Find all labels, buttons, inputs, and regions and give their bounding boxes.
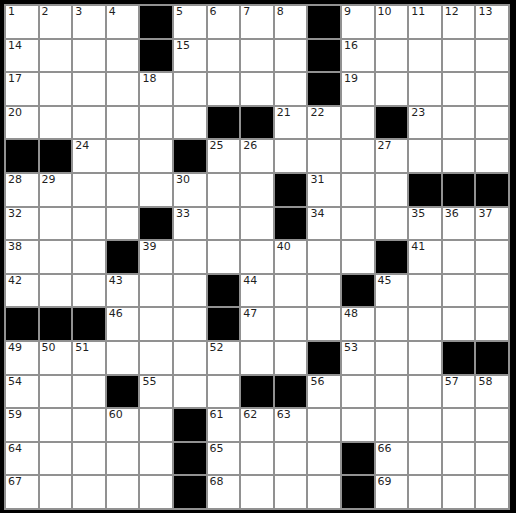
cell-r8c8[interactable]	[241, 241, 273, 273]
cell-r5c13[interactable]	[409, 140, 441, 172]
cell-r9c8[interactable]: 44	[241, 275, 273, 307]
clue-number-68: 68	[210, 476, 224, 489]
cell-r13c1[interactable]: 59	[6, 409, 38, 441]
cell-r13c15[interactable]	[476, 409, 508, 441]
cell-r15c2[interactable]	[40, 476, 72, 508]
black-square-r9c7	[208, 275, 240, 307]
crossword-board: 1234567891011121314151617181920212223242…	[4, 4, 510, 510]
cell-r7c8[interactable]	[241, 208, 273, 240]
clue-number-45: 45	[378, 275, 392, 288]
clue-number-19: 19	[344, 73, 358, 86]
cell-r4c1[interactable]: 20	[6, 107, 38, 139]
cell-r9c12[interactable]: 45	[376, 275, 408, 307]
cell-r4c14[interactable]	[443, 107, 475, 139]
cell-r10c8[interactable]: 47	[241, 308, 273, 340]
cell-r3c9[interactable]	[275, 73, 307, 105]
black-square-r4c8	[241, 107, 273, 139]
clue-number-7: 7	[243, 6, 250, 19]
cell-r3c8[interactable]	[241, 73, 273, 105]
clue-number-50: 50	[42, 342, 56, 355]
cell-r7c13[interactable]: 35	[409, 208, 441, 240]
cell-r2c7[interactable]	[208, 40, 240, 72]
cell-r2c8[interactable]	[241, 40, 273, 72]
cell-r12c12[interactable]	[376, 376, 408, 408]
clue-number-67: 67	[8, 476, 22, 489]
clue-number-20: 20	[8, 107, 22, 120]
cell-r12c7[interactable]	[208, 376, 240, 408]
black-square-r7c9	[275, 208, 307, 240]
cell-r6c2[interactable]: 29	[40, 174, 72, 206]
cell-r8c9[interactable]: 40	[275, 241, 307, 273]
clue-number-54: 54	[8, 376, 22, 389]
cell-r15c1[interactable]: 67	[6, 476, 38, 508]
clue-number-48: 48	[344, 308, 358, 321]
cell-r13c11[interactable]	[342, 409, 374, 441]
clue-number-44: 44	[243, 275, 257, 288]
clue-number-10: 10	[378, 6, 392, 19]
cell-r5c9[interactable]	[275, 140, 307, 172]
cell-r5c11[interactable]	[342, 140, 374, 172]
clue-number-55: 55	[142, 376, 156, 389]
cell-r14c5[interactable]	[140, 443, 172, 475]
cell-r10c5[interactable]	[140, 308, 172, 340]
clue-number-4: 4	[109, 6, 116, 19]
clue-number-14: 14	[8, 40, 22, 53]
cell-r8c6[interactable]	[174, 241, 206, 273]
cell-r7c12[interactable]	[376, 208, 408, 240]
clue-number-46: 46	[109, 308, 123, 321]
clue-number-6: 6	[210, 6, 217, 19]
clue-number-23: 23	[411, 107, 425, 120]
black-square-r10c3	[73, 308, 105, 340]
black-square-r6c9	[275, 174, 307, 206]
cell-r10c10[interactable]	[308, 308, 340, 340]
cell-r13c14[interactable]	[443, 409, 475, 441]
clue-number-8: 8	[277, 6, 284, 19]
cell-r4c10[interactable]: 22	[308, 107, 340, 139]
clue-number-3: 3	[75, 6, 82, 19]
cell-r12c2[interactable]	[40, 376, 72, 408]
clue-number-12: 12	[445, 6, 459, 19]
cell-r10c9[interactable]	[275, 308, 307, 340]
cell-r4c2[interactable]	[40, 107, 72, 139]
cell-r6c7[interactable]	[208, 174, 240, 206]
cell-r7c1[interactable]: 32	[6, 208, 38, 240]
cell-r9c15[interactable]	[476, 275, 508, 307]
cell-r13c12[interactable]	[376, 409, 408, 441]
cell-r6c5[interactable]	[140, 174, 172, 206]
clue-number-5: 5	[176, 6, 183, 19]
cell-r7c6[interactable]: 33	[174, 208, 206, 240]
clue-number-62: 62	[243, 409, 257, 422]
clue-number-51: 51	[75, 342, 89, 355]
clue-number-60: 60	[109, 409, 123, 422]
cell-r3c15[interactable]	[476, 73, 508, 105]
black-square-r2c5	[140, 40, 172, 72]
cell-r3c1[interactable]: 17	[6, 73, 38, 105]
black-square-r5c1	[6, 140, 38, 172]
cell-r12c11[interactable]	[342, 376, 374, 408]
cell-r13c4[interactable]: 60	[107, 409, 139, 441]
cell-r7c4[interactable]	[107, 208, 139, 240]
clue-number-35: 35	[411, 208, 425, 221]
cell-r14c3[interactable]	[73, 443, 105, 475]
cell-r11c8[interactable]	[241, 342, 273, 374]
cell-r10c11[interactable]: 48	[342, 308, 374, 340]
clue-number-13: 13	[478, 6, 492, 19]
cell-r11c3[interactable]: 51	[73, 342, 105, 374]
cell-r5c8[interactable]: 26	[241, 140, 273, 172]
black-square-r9c11	[342, 275, 374, 307]
black-square-r5c6	[174, 140, 206, 172]
cell-r2c15[interactable]	[476, 40, 508, 72]
cell-r2c12[interactable]	[376, 40, 408, 72]
cell-r6c4[interactable]	[107, 174, 139, 206]
cell-r6c11[interactable]	[342, 174, 374, 206]
cell-r4c5[interactable]	[140, 107, 172, 139]
clue-number-22: 22	[310, 107, 324, 120]
cell-r5c10[interactable]	[308, 140, 340, 172]
cell-r9c2[interactable]	[40, 275, 72, 307]
clue-number-36: 36	[445, 208, 459, 221]
black-square-r15c11	[342, 476, 374, 508]
clue-number-37: 37	[478, 208, 492, 221]
cell-r3c3[interactable]	[73, 73, 105, 105]
clue-number-31: 31	[310, 174, 324, 187]
clue-number-38: 38	[8, 241, 22, 254]
black-square-r1c10	[308, 6, 340, 38]
black-square-r8c4	[107, 241, 139, 273]
clue-number-26: 26	[243, 140, 257, 153]
cell-r7c14[interactable]: 36	[443, 208, 475, 240]
cell-r11c2[interactable]: 50	[40, 342, 72, 374]
cell-r15c8[interactable]	[241, 476, 273, 508]
clue-number-28: 28	[8, 174, 22, 187]
clue-number-32: 32	[8, 208, 22, 221]
cell-r12c6[interactable]	[174, 376, 206, 408]
clue-number-61: 61	[210, 409, 224, 422]
black-square-r11c15	[476, 342, 508, 374]
cell-r9c6[interactable]	[174, 275, 206, 307]
cell-r3c2[interactable]	[40, 73, 72, 105]
clue-number-64: 64	[8, 443, 22, 456]
cell-r5c4[interactable]	[107, 140, 139, 172]
cell-r1c12[interactable]: 10	[376, 6, 408, 38]
cell-r1c4[interactable]: 4	[107, 6, 139, 38]
cell-r11c4[interactable]	[107, 342, 139, 374]
cell-r9c10[interactable]	[308, 275, 340, 307]
clue-number-2: 2	[42, 6, 49, 19]
clue-number-63: 63	[277, 409, 291, 422]
clue-number-65: 65	[210, 443, 224, 456]
black-square-r14c6	[174, 443, 206, 475]
clue-number-29: 29	[42, 174, 56, 187]
clue-number-69: 69	[378, 476, 392, 489]
cell-r15c3[interactable]	[73, 476, 105, 508]
cell-r3c12[interactable]	[376, 73, 408, 105]
clue-number-43: 43	[109, 275, 123, 288]
clue-number-11: 11	[411, 6, 425, 19]
cell-r15c10[interactable]	[308, 476, 340, 508]
black-square-r11c14	[443, 342, 475, 374]
black-square-r4c12	[376, 107, 408, 139]
cell-r2c11[interactable]: 16	[342, 40, 374, 72]
cell-r1c8[interactable]: 7	[241, 6, 273, 38]
clue-number-15: 15	[176, 40, 190, 53]
clue-number-33: 33	[176, 208, 190, 221]
cell-r9c5[interactable]	[140, 275, 172, 307]
cell-r6c3[interactable]	[73, 174, 105, 206]
cell-r5c14[interactable]	[443, 140, 475, 172]
cell-r1c15[interactable]: 13	[476, 6, 508, 38]
black-square-r14c11	[342, 443, 374, 475]
cell-r1c7[interactable]: 6	[208, 6, 240, 38]
cell-r12c13[interactable]	[409, 376, 441, 408]
clue-number-16: 16	[344, 40, 358, 53]
cell-r2c2[interactable]	[40, 40, 72, 72]
cell-r2c3[interactable]	[73, 40, 105, 72]
cell-r2c6[interactable]: 15	[174, 40, 206, 72]
cell-r10c13[interactable]	[409, 308, 441, 340]
clue-number-53: 53	[344, 342, 358, 355]
clue-number-24: 24	[75, 140, 89, 153]
cell-r7c3[interactable]	[73, 208, 105, 240]
cell-r15c9[interactable]	[275, 476, 307, 508]
cell-r5c5[interactable]	[140, 140, 172, 172]
cell-r9c3[interactable]	[73, 275, 105, 307]
cell-r11c6[interactable]	[174, 342, 206, 374]
cell-r3c14[interactable]	[443, 73, 475, 105]
cell-r12c10[interactable]: 56	[308, 376, 340, 408]
clue-number-25: 25	[210, 140, 224, 153]
cell-r3c4[interactable]	[107, 73, 139, 105]
clue-number-9: 9	[344, 6, 351, 19]
cell-r12c15[interactable]: 58	[476, 376, 508, 408]
cell-r8c5[interactable]: 39	[140, 241, 172, 273]
clue-number-52: 52	[210, 342, 224, 355]
black-square-r13c6	[174, 409, 206, 441]
cell-r6c1[interactable]: 28	[6, 174, 38, 206]
cell-r7c15[interactable]: 37	[476, 208, 508, 240]
cell-r14c14[interactable]	[443, 443, 475, 475]
black-square-r6c13	[409, 174, 441, 206]
cell-r12c14[interactable]: 57	[443, 376, 475, 408]
clue-number-66: 66	[378, 443, 392, 456]
cell-r15c15[interactable]	[476, 476, 508, 508]
cell-r15c13[interactable]	[409, 476, 441, 508]
cell-r1c6[interactable]: 5	[174, 6, 206, 38]
clue-number-34: 34	[310, 208, 324, 221]
cell-r7c2[interactable]	[40, 208, 72, 240]
cell-r13c8[interactable]: 62	[241, 409, 273, 441]
cell-r4c6[interactable]	[174, 107, 206, 139]
cell-r13c3[interactable]	[73, 409, 105, 441]
cell-r9c13[interactable]	[409, 275, 441, 307]
cell-r11c9[interactable]	[275, 342, 307, 374]
black-square-r10c7	[208, 308, 240, 340]
black-square-r5c2	[40, 140, 72, 172]
black-square-r12c8	[241, 376, 273, 408]
black-square-r10c2	[40, 308, 72, 340]
cell-r8c1[interactable]: 38	[6, 241, 38, 273]
clue-number-59: 59	[8, 409, 22, 422]
cell-r2c9[interactable]	[275, 40, 307, 72]
cell-r12c1[interactable]: 54	[6, 376, 38, 408]
cell-r1c2[interactable]: 2	[40, 6, 72, 38]
clue-number-1: 1	[8, 6, 15, 19]
cell-r7c7[interactable]	[208, 208, 240, 240]
clue-number-56: 56	[310, 376, 324, 389]
cell-r3c11[interactable]: 19	[342, 73, 374, 105]
cell-r1c13[interactable]: 11	[409, 6, 441, 38]
cell-r10c4[interactable]: 46	[107, 308, 139, 340]
cell-r14c1[interactable]: 64	[6, 443, 38, 475]
cell-r8c11[interactable]	[342, 241, 374, 273]
cell-r4c11[interactable]	[342, 107, 374, 139]
cell-r14c15[interactable]	[476, 443, 508, 475]
cell-r8c15[interactable]	[476, 241, 508, 273]
cell-r4c3[interactable]	[73, 107, 105, 139]
clue-number-58: 58	[478, 376, 492, 389]
clue-number-57: 57	[445, 376, 459, 389]
cell-r8c13[interactable]: 41	[409, 241, 441, 273]
clue-number-30: 30	[176, 174, 190, 187]
cell-r7c11[interactable]	[342, 208, 374, 240]
cell-r6c6[interactable]: 30	[174, 174, 206, 206]
cell-r11c7[interactable]: 52	[208, 342, 240, 374]
black-square-r12c9	[275, 376, 307, 408]
cell-r2c4[interactable]	[107, 40, 139, 72]
cell-r5c15[interactable]	[476, 140, 508, 172]
cell-r10c12[interactable]	[376, 308, 408, 340]
cell-r2c14[interactable]	[443, 40, 475, 72]
cell-r12c3[interactable]	[73, 376, 105, 408]
cell-r13c10[interactable]	[308, 409, 340, 441]
clue-number-18: 18	[142, 73, 156, 86]
cell-r13c2[interactable]	[40, 409, 72, 441]
cell-r15c5[interactable]	[140, 476, 172, 508]
cell-r3c5[interactable]: 18	[140, 73, 172, 105]
clue-number-40: 40	[277, 241, 291, 254]
clue-number-41: 41	[411, 241, 425, 254]
clue-number-21: 21	[277, 107, 291, 120]
cell-r4c13[interactable]: 23	[409, 107, 441, 139]
cell-r1c11[interactable]: 9	[342, 6, 374, 38]
cell-r4c15[interactable]	[476, 107, 508, 139]
cell-r14c2[interactable]	[40, 443, 72, 475]
cell-r8c14[interactable]	[443, 241, 475, 273]
cell-r1c1[interactable]: 1	[6, 6, 38, 38]
black-square-r6c14	[443, 174, 475, 206]
cell-r3c13[interactable]	[409, 73, 441, 105]
cell-r10c6[interactable]	[174, 308, 206, 340]
cell-r9c4[interactable]: 43	[107, 275, 139, 307]
cell-r10c15[interactable]	[476, 308, 508, 340]
cell-r5c3[interactable]: 24	[73, 140, 105, 172]
cell-r5c7[interactable]: 25	[208, 140, 240, 172]
cell-r14c12[interactable]: 66	[376, 443, 408, 475]
clue-number-42: 42	[8, 275, 22, 288]
cell-r2c1[interactable]: 14	[6, 40, 38, 72]
cell-r11c1[interactable]: 49	[6, 342, 38, 374]
clue-number-17: 17	[8, 73, 22, 86]
cell-r6c12[interactable]	[376, 174, 408, 206]
cell-r14c9[interactable]	[275, 443, 307, 475]
cell-r10c14[interactable]	[443, 308, 475, 340]
cell-r1c9[interactable]: 8	[275, 6, 307, 38]
cell-r11c12[interactable]	[376, 342, 408, 374]
cell-r11c5[interactable]	[140, 342, 172, 374]
black-square-r15c6	[174, 476, 206, 508]
black-square-r10c1	[6, 308, 38, 340]
black-square-r4c7	[208, 107, 240, 139]
cell-r14c13[interactable]	[409, 443, 441, 475]
black-square-r1c5	[140, 6, 172, 38]
black-square-r6c15	[476, 174, 508, 206]
cell-r15c4[interactable]	[107, 476, 139, 508]
cell-r3c6[interactable]	[174, 73, 206, 105]
clue-number-27: 27	[378, 140, 392, 153]
cell-r7c10[interactable]: 34	[308, 208, 340, 240]
cell-r12c5[interactable]: 55	[140, 376, 172, 408]
cell-r8c7[interactable]	[208, 241, 240, 273]
clue-number-49: 49	[8, 342, 22, 355]
cell-r4c9[interactable]: 21	[275, 107, 307, 139]
cell-r9c9[interactable]	[275, 275, 307, 307]
black-square-r8c12	[376, 241, 408, 273]
black-square-r7c5	[140, 208, 172, 240]
black-square-r3c10	[308, 73, 340, 105]
cell-r13c9[interactable]: 63	[275, 409, 307, 441]
cell-r2c13[interactable]	[409, 40, 441, 72]
cell-r1c14[interactable]: 12	[443, 6, 475, 38]
cell-r13c7[interactable]: 61	[208, 409, 240, 441]
cell-r11c13[interactable]	[409, 342, 441, 374]
crossword-puzzle: 1234567891011121314151617181920212223242…	[0, 0, 516, 513]
cell-r6c8[interactable]	[241, 174, 273, 206]
cell-r9c1[interactable]: 42	[6, 275, 38, 307]
cell-r5c12[interactable]: 27	[376, 140, 408, 172]
cell-r8c10[interactable]	[308, 241, 340, 273]
cell-r9c14[interactable]	[443, 275, 475, 307]
cell-r1c3[interactable]: 3	[73, 6, 105, 38]
cell-r8c3[interactable]	[73, 241, 105, 273]
cell-r14c7[interactable]: 65	[208, 443, 240, 475]
clue-number-47: 47	[243, 308, 257, 321]
cell-r15c12[interactable]: 69	[376, 476, 408, 508]
black-square-r2c10	[308, 40, 340, 72]
cell-r15c7[interactable]: 68	[208, 476, 240, 508]
cell-r15c14[interactable]	[443, 476, 475, 508]
cell-r14c8[interactable]	[241, 443, 273, 475]
black-square-r12c4	[107, 376, 139, 408]
cell-r13c13[interactable]	[409, 409, 441, 441]
cell-r8c2[interactable]	[40, 241, 72, 273]
cell-r14c10[interactable]	[308, 443, 340, 475]
cell-r11c11[interactable]: 53	[342, 342, 374, 374]
cell-r13c5[interactable]	[140, 409, 172, 441]
cell-r3c7[interactable]	[208, 73, 240, 105]
cell-r14c4[interactable]	[107, 443, 139, 475]
cell-r6c10[interactable]: 31	[308, 174, 340, 206]
clue-number-39: 39	[142, 241, 156, 254]
black-square-r11c10	[308, 342, 340, 374]
cell-r4c4[interactable]	[107, 107, 139, 139]
